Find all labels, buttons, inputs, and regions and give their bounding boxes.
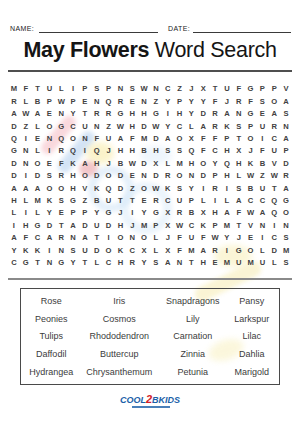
grid-cell-r3c16[interactable]: Y (185, 108, 197, 120)
grid-cell-r1c3[interactable]: T (32, 83, 44, 95)
grid-cell-r4c8[interactable]: N (91, 120, 103, 132)
grid-cell-r3c13[interactable]: G (150, 108, 162, 120)
grid-cell-r2c1[interactable]: R (8, 95, 20, 107)
grid-cell-r11c20[interactable]: F (233, 207, 245, 219)
grid-cell-r3c8[interactable]: R (91, 108, 103, 120)
grid-cell-r12c23[interactable]: I (268, 219, 280, 231)
grid-cell-r3c3[interactable]: A (32, 108, 44, 120)
grid-cell-r7c3[interactable]: O (32, 157, 44, 169)
grid-cell-r1c8[interactable]: S (91, 83, 103, 95)
grid-cell-r10c20[interactable]: A (233, 195, 245, 207)
grid-cell-r2c12[interactable]: N (138, 95, 150, 107)
grid-cell-r7c23[interactable]: V (268, 157, 280, 169)
grid-cell-r13c13[interactable]: L (150, 232, 162, 244)
grid-cell-r13c19[interactable]: Y (221, 232, 233, 244)
grid-cell-r2c24[interactable]: A (280, 95, 292, 107)
grid-cell-r13c2[interactable]: F (20, 232, 32, 244)
grid-cell-r7c16[interactable]: H (185, 157, 197, 169)
grid-cell-r10c23[interactable]: Q (268, 195, 280, 207)
grid-cell-r7c8[interactable]: H (91, 157, 103, 169)
grid-cell-r3c14[interactable]: I (162, 108, 174, 120)
grid-cell-r5c24[interactable]: A (280, 133, 292, 145)
grid-cell-r15c11[interactable]: R (126, 257, 138, 269)
grid-cell-r6c1[interactable]: G (8, 145, 20, 157)
grid-cell-r9c13[interactable]: W (150, 182, 162, 194)
grid-cell-r7c24[interactable]: D (280, 157, 292, 169)
grid-cell-r9c16[interactable]: Y (185, 182, 197, 194)
grid-cell-r4c4[interactable]: O (43, 120, 55, 132)
grid-cell-r10c12[interactable]: E (138, 195, 150, 207)
grid-cell-r9c9[interactable]: Q (103, 182, 115, 194)
grid-cell-r8c13[interactable]: D (150, 170, 162, 182)
grid-cell-r8c17[interactable]: D (197, 170, 209, 182)
grid-cell-r1c9[interactable]: P (103, 83, 115, 95)
grid-cell-r2c2[interactable]: L (20, 95, 32, 107)
grid-cell-r6c24[interactable]: P (280, 145, 292, 157)
grid-cell-r5c21[interactable]: O (245, 133, 257, 145)
grid-cell-r4c11[interactable]: H (126, 120, 138, 132)
grid-cell-r9c3[interactable]: A (32, 182, 44, 194)
grid-cell-r14c24[interactable]: M (280, 244, 292, 256)
grid-cell-r4c12[interactable]: D (138, 120, 150, 132)
grid-cell-r1c1[interactable]: M (8, 83, 20, 95)
grid-cell-r14c16[interactable]: M (185, 244, 197, 256)
grid-cell-r15c3[interactable]: T (32, 257, 44, 269)
name-field[interactable] (39, 13, 158, 33)
grid-cell-r4c20[interactable]: S (233, 120, 245, 132)
grid-cell-r12c16[interactable]: C (185, 219, 197, 231)
grid-cell-r14c21[interactable]: O (245, 244, 257, 256)
grid-cell-r10c19[interactable]: L (221, 195, 233, 207)
grid-cell-r1c2[interactable]: F (20, 83, 32, 95)
grid-cell-r5c6[interactable]: O (67, 133, 79, 145)
grid-cell-r9c18[interactable]: R (209, 182, 221, 194)
grid-cell-r13c6[interactable]: N (67, 232, 79, 244)
grid-cell-r11c14[interactable]: X (162, 207, 174, 219)
grid-cell-r10c7[interactable]: Z (79, 195, 91, 207)
grid-cell-r14c7[interactable]: U (79, 244, 91, 256)
grid-cell-r7c11[interactable]: W (126, 157, 138, 169)
grid-cell-r8c3[interactable]: D (32, 170, 44, 182)
grid-cell-r15c10[interactable]: H (114, 257, 126, 269)
grid-cell-r9c10[interactable]: D (114, 182, 126, 194)
grid-cell-r9c1[interactable]: A (8, 182, 20, 194)
grid-cell-r7c6[interactable]: K (67, 157, 79, 169)
grid-cell-r2c13[interactable]: Z (150, 95, 162, 107)
grid-cell-r15c14[interactable]: A (162, 257, 174, 269)
grid-cell-r8c16[interactable]: N (185, 170, 197, 182)
grid-cell-r9c21[interactable]: B (245, 182, 257, 194)
grid-cell-r3c24[interactable]: S (280, 108, 292, 120)
grid-cell-r1c7[interactable]: P (79, 83, 91, 95)
grid-cell-r6c16[interactable]: Q (185, 145, 197, 157)
grid-cell-r1c12[interactable]: W (138, 83, 150, 95)
grid-cell-r10c8[interactable]: B (91, 195, 103, 207)
grid-cell-r13c23[interactable]: C (268, 232, 280, 244)
grid-cell-r7c10[interactable]: B (114, 157, 126, 169)
grid-cell-r3c19[interactable]: A (221, 108, 233, 120)
grid-cell-r5c1[interactable]: Q (8, 133, 20, 145)
grid-cell-r7c21[interactable]: K (245, 157, 257, 169)
grid-cell-r1c24[interactable]: V (280, 83, 292, 95)
grid-cell-r13c8[interactable]: T (91, 232, 103, 244)
grid-cell-r13c16[interactable]: U (185, 232, 197, 244)
grid-cell-r2c9[interactable]: Q (103, 95, 115, 107)
grid-cell-r5c16[interactable]: X (185, 133, 197, 145)
grid-cell-r1c20[interactable]: F (233, 83, 245, 95)
grid-cell-r3c12[interactable]: H (138, 108, 150, 120)
grid-cell-r4c9[interactable]: Z (103, 120, 115, 132)
grid-cell-r7c13[interactable]: X (150, 157, 162, 169)
grid-cell-r4c5[interactable]: G (55, 120, 67, 132)
grid-cell-r4c1[interactable]: D (8, 120, 20, 132)
grid-cell-r7c5[interactable]: F (55, 157, 67, 169)
grid-cell-r14c5[interactable]: N (55, 244, 67, 256)
grid-cell-r2c6[interactable]: P (67, 95, 79, 107)
grid-cell-r8c18[interactable]: P (209, 170, 221, 182)
grid-cell-r7c12[interactable]: D (138, 157, 150, 169)
grid-cell-r8c12[interactable]: N (138, 170, 150, 182)
grid-cell-r13c7[interactable]: A (79, 232, 91, 244)
grid-cell-r10c10[interactable]: T (114, 195, 126, 207)
grid-cell-r12c10[interactable]: H (114, 219, 126, 231)
date-field[interactable] (193, 13, 291, 33)
grid-cell-r9c2[interactable]: A (20, 182, 32, 194)
grid-cell-r8c23[interactable]: W (268, 170, 280, 182)
grid-cell-r12c2[interactable]: H (20, 219, 32, 231)
grid-cell-r10c2[interactable]: L (20, 195, 32, 207)
grid-cell-r8c7[interactable]: O (79, 170, 91, 182)
grid-cell-r4c15[interactable]: C (174, 120, 186, 132)
grid-cell-r4c21[interactable]: P (245, 120, 257, 132)
grid-cell-r2c17[interactable]: Y (197, 95, 209, 107)
grid-cell-r1c23[interactable]: P (268, 83, 280, 95)
grid-cell-r8c4[interactable]: S (43, 170, 55, 182)
grid-cell-r3c4[interactable]: E (43, 108, 55, 120)
grid-cell-r8c1[interactable]: D (8, 170, 20, 182)
grid-cell-r3c20[interactable]: N (233, 108, 245, 120)
grid-cell-r8c14[interactable]: R (162, 170, 174, 182)
grid-cell-r10c6[interactable]: G (67, 195, 79, 207)
grid-cell-r6c10[interactable]: H (114, 145, 126, 157)
grid-cell-r5c7[interactable]: N (79, 133, 91, 145)
grid-cell-r15c1[interactable]: C (8, 257, 20, 269)
grid-cell-r15c16[interactable]: T (185, 257, 197, 269)
grid-cell-r5c10[interactable]: A (114, 133, 126, 145)
grid-cell-r7c22[interactable]: B (256, 157, 268, 169)
grid-cell-r14c19[interactable]: I (221, 244, 233, 256)
grid-cell-r12c11[interactable]: J (126, 219, 138, 231)
grid-cell-r6c19[interactable]: H (221, 145, 233, 157)
grid-cell-r3c2[interactable]: W (20, 108, 32, 120)
grid-cell-r8c2[interactable]: I (20, 170, 32, 182)
grid-cell-r15c9[interactable]: C (103, 257, 115, 269)
grid-cell-r11c16[interactable]: B (185, 207, 197, 219)
grid-cell-r3c18[interactable]: R (209, 108, 221, 120)
grid-cell-r14c17[interactable]: A (197, 244, 209, 256)
grid-cell-r8c8[interactable]: D (91, 170, 103, 182)
grid-cell-r10c16[interactable]: P (185, 195, 197, 207)
grid-cell-r9c4[interactable]: O (43, 182, 55, 194)
grid-cell-r10c24[interactable]: G (280, 195, 292, 207)
grid-cell-r15c8[interactable]: L (91, 257, 103, 269)
grid-cell-r1c21[interactable]: G (245, 83, 257, 95)
grid-cell-r13c15[interactable]: F (174, 232, 186, 244)
grid-cell-r12c12[interactable]: M (138, 219, 150, 231)
grid-cell-r6c20[interactable]: X (233, 145, 245, 157)
grid-cell-r7c20[interactable]: H (233, 157, 245, 169)
grid-cell-r13c3[interactable]: C (32, 232, 44, 244)
grid-cell-r15c24[interactable]: S (280, 257, 292, 269)
grid-cell-r8c22[interactable]: Z (256, 170, 268, 182)
grid-cell-r1c18[interactable]: T (209, 83, 221, 95)
grid-cell-r2c18[interactable]: F (209, 95, 221, 107)
grid-cell-r4c6[interactable]: C (67, 120, 79, 132)
grid-cell-r13c10[interactable]: O (114, 232, 126, 244)
grid-cell-r4c19[interactable]: K (221, 120, 233, 132)
grid-cell-r11c4[interactable]: Y (43, 207, 55, 219)
grid-cell-r1c14[interactable]: C (162, 83, 174, 95)
grid-cell-r1c10[interactable]: N (114, 83, 126, 95)
grid-cell-r6c4[interactable]: I (43, 145, 55, 157)
grid-cell-r8c20[interactable]: L (233, 170, 245, 182)
grid-cell-r1c22[interactable]: P (256, 83, 268, 95)
grid-cell-r9c22[interactable]: U (256, 182, 268, 194)
grid-cell-r3c23[interactable]: A (268, 108, 280, 120)
grid-cell-r4c22[interactable]: U (256, 120, 268, 132)
grid-cell-r3c10[interactable]: G (114, 108, 126, 120)
grid-cell-r1c16[interactable]: J (185, 83, 197, 95)
grid-cell-r4c17[interactable]: A (197, 120, 209, 132)
grid-cell-r13c9[interactable]: I (103, 232, 115, 244)
grid-cell-r9c8[interactable]: K (91, 182, 103, 194)
grid-cell-r9c20[interactable]: S (233, 182, 245, 194)
grid-cell-r11c23[interactable]: Q (268, 207, 280, 219)
grid-cell-r7c18[interactable]: Y (209, 157, 221, 169)
grid-cell-r4c23[interactable]: R (268, 120, 280, 132)
grid-cell-r11c10[interactable]: J (114, 207, 126, 219)
grid-cell-r11c6[interactable]: P (67, 207, 79, 219)
grid-cell-r15c18[interactable]: E (209, 257, 221, 269)
grid-cell-r12c21[interactable]: V (245, 219, 257, 231)
grid-cell-r2c11[interactable]: E (126, 95, 138, 107)
grid-cell-r15c21[interactable]: M (245, 257, 257, 269)
grid-cell-r5c17[interactable]: F (197, 133, 209, 145)
grid-cell-r5c19[interactable]: P (221, 133, 233, 145)
grid-cell-r13c4[interactable]: A (43, 232, 55, 244)
grid-cell-r12c5[interactable]: T (55, 219, 67, 231)
grid-cell-r9c14[interactable]: K (162, 182, 174, 194)
grid-cell-r14c3[interactable]: K (32, 244, 44, 256)
grid-cell-r4c3[interactable]: L (32, 120, 44, 132)
grid-cell-r7c2[interactable]: N (20, 157, 32, 169)
grid-cell-r14c4[interactable]: I (43, 244, 55, 256)
grid-cell-r1c13[interactable]: N (150, 83, 162, 95)
grid-cell-r14c15[interactable]: F (174, 244, 186, 256)
grid-cell-r12c13[interactable]: P (150, 219, 162, 231)
grid-cell-r5c20[interactable]: T (233, 133, 245, 145)
grid-cell-r14c13[interactable]: L (150, 244, 162, 256)
grid-cell-r10c13[interactable]: R (150, 195, 162, 207)
grid-cell-r9c12[interactable]: O (138, 182, 150, 194)
grid-cell-r9c6[interactable]: H (67, 182, 79, 194)
grid-cell-r13c24[interactable]: S (280, 232, 292, 244)
grid-cell-r6c22[interactable]: F (256, 145, 268, 157)
grid-cell-r4c7[interactable]: U (79, 120, 91, 132)
grid-cell-r2c19[interactable]: J (221, 95, 233, 107)
grid-cell-r5c15[interactable]: O (174, 133, 186, 145)
grid-cell-r8c9[interactable]: O (103, 170, 115, 182)
grid-cell-r5c11[interactable]: F (126, 133, 138, 145)
grid-cell-r8c11[interactable]: E (126, 170, 138, 182)
grid-cell-r10c17[interactable]: L (197, 195, 209, 207)
grid-cell-r11c11[interactable]: I (126, 207, 138, 219)
grid-cell-r12c8[interactable]: U (91, 219, 103, 231)
grid-cell-r4c13[interactable]: W (150, 120, 162, 132)
grid-cell-r12c6[interactable]: A (67, 219, 79, 231)
grid-cell-r11c9[interactable]: G (103, 207, 115, 219)
grid-cell-r9c23[interactable]: T (268, 182, 280, 194)
grid-cell-r15c4[interactable]: N (43, 257, 55, 269)
grid-cell-r4c18[interactable]: R (209, 120, 221, 132)
grid-cell-r7c1[interactable]: D (8, 157, 20, 169)
grid-cell-r3c7[interactable]: T (79, 108, 91, 120)
grid-cell-r13c11[interactable]: N (126, 232, 138, 244)
grid-cell-r6c17[interactable]: F (197, 145, 209, 157)
grid-cell-r5c23[interactable]: C (268, 133, 280, 145)
grid-cell-r4c2[interactable]: Z (20, 120, 32, 132)
grid-cell-r10c5[interactable]: S (55, 195, 67, 207)
grid-cell-r7c14[interactable]: L (162, 157, 174, 169)
grid-cell-r13c20[interactable]: J (233, 232, 245, 244)
grid-cell-r6c18[interactable]: C (209, 145, 221, 157)
grid-cell-r2c7[interactable]: E (79, 95, 91, 107)
grid-cell-r6c12[interactable]: B (138, 145, 150, 157)
grid-cell-r7c4[interactable]: E (43, 157, 55, 169)
grid-cell-r14c6[interactable]: S (67, 244, 79, 256)
grid-cell-r4c24[interactable]: N (280, 120, 292, 132)
grid-cell-r11c18[interactable]: H (209, 207, 221, 219)
grid-cell-r13c18[interactable]: W (209, 232, 221, 244)
grid-cell-r4c14[interactable]: Y (162, 120, 174, 132)
grid-cell-r11c2[interactable]: I (20, 207, 32, 219)
grid-cell-r14c10[interactable]: K (114, 244, 126, 256)
grid-cell-r6c2[interactable]: N (20, 145, 32, 157)
grid-cell-r12c17[interactable]: K (197, 219, 209, 231)
grid-cell-r1c11[interactable]: S (126, 83, 138, 95)
grid-cell-r15c5[interactable]: G (55, 257, 67, 269)
grid-cell-r12c15[interactable]: W (174, 219, 186, 231)
grid-cell-r9c17[interactable]: I (197, 182, 209, 194)
grid-cell-r7c9[interactable]: J (103, 157, 115, 169)
grid-cell-r15c22[interactable]: U (256, 257, 268, 269)
grid-cell-r12c4[interactable]: D (43, 219, 55, 231)
grid-cell-r3c9[interactable]: R (103, 108, 115, 120)
grid-cell-r11c12[interactable]: Y (138, 207, 150, 219)
grid-cell-r10c14[interactable]: C (162, 195, 174, 207)
grid-cell-r3c11[interactable]: H (126, 108, 138, 120)
grid-cell-r11c7[interactable]: P (79, 207, 91, 219)
grid-cell-r11c8[interactable]: Y (91, 207, 103, 219)
grid-cell-r15c13[interactable]: S (150, 257, 162, 269)
grid-cell-r2c3[interactable]: B (32, 95, 44, 107)
grid-cell-r15c19[interactable]: M (221, 257, 233, 269)
grid-cell-r12c3[interactable]: G (32, 219, 44, 231)
grid-cell-r1c6[interactable]: I (67, 83, 79, 95)
grid-cell-r3c15[interactable]: H (174, 108, 186, 120)
grid-cell-r8c19[interactable]: H (221, 170, 233, 182)
grid-cell-r3c5[interactable]: N (55, 108, 67, 120)
grid-cell-r6c14[interactable]: S (162, 145, 174, 157)
grid-cell-r2c4[interactable]: P (43, 95, 55, 107)
grid-cell-r10c11[interactable]: T (126, 195, 138, 207)
grid-cell-r6c8[interactable]: Q (91, 145, 103, 157)
grid-cell-r5c18[interactable]: F (209, 133, 221, 145)
grid-cell-r2c23[interactable]: O (268, 95, 280, 107)
grid-cell-r2c20[interactable]: R (233, 95, 245, 107)
grid-cell-r5c5[interactable]: Q (55, 133, 67, 145)
grid-cell-r8c15[interactable]: O (174, 170, 186, 182)
grid-cell-r3c22[interactable]: E (256, 108, 268, 120)
grid-cell-r15c20[interactable]: U (233, 257, 245, 269)
grid-cell-r8c24[interactable]: R (280, 170, 292, 182)
grid-cell-r3c6[interactable]: Y (67, 108, 79, 120)
grid-cell-r11c22[interactable]: A (256, 207, 268, 219)
grid-cell-r1c5[interactable]: L (55, 83, 67, 95)
grid-cell-r12c1[interactable]: I (8, 219, 20, 231)
grid-cell-r13c22[interactable]: I (256, 232, 268, 244)
grid-cell-r14c20[interactable]: G (233, 244, 245, 256)
grid-cell-r9c24[interactable]: A (280, 182, 292, 194)
grid-cell-r11c17[interactable]: X (197, 207, 209, 219)
grid-cell-r3c1[interactable]: A (8, 108, 20, 120)
grid-cell-r5c12[interactable]: M (138, 133, 150, 145)
grid-cell-r2c10[interactable]: R (114, 95, 126, 107)
grid-cell-r14c22[interactable]: L (256, 244, 268, 256)
grid-cell-r6c13[interactable]: H (150, 145, 162, 157)
grid-cell-r15c17[interactable]: H (197, 257, 209, 269)
grid-cell-r6c15[interactable]: S (174, 145, 186, 157)
grid-cell-r10c1[interactable]: H (8, 195, 20, 207)
grid-cell-r9c19[interactable]: I (221, 182, 233, 194)
grid-cell-r6c3[interactable]: L (32, 145, 44, 157)
grid-cell-r8c5[interactable]: R (55, 170, 67, 182)
grid-cell-r15c2[interactable]: G (20, 257, 32, 269)
grid-cell-r6c5[interactable]: R (55, 145, 67, 157)
grid-cell-r15c7[interactable]: T (79, 257, 91, 269)
grid-cell-r1c17[interactable]: X (197, 83, 209, 95)
grid-cell-r15c6[interactable]: Y (67, 257, 79, 269)
grid-cell-r2c22[interactable]: S (256, 95, 268, 107)
grid-cell-r5c22[interactable]: I (256, 133, 268, 145)
grid-cell-r2c5[interactable]: W (55, 95, 67, 107)
grid-cell-r9c7[interactable]: V (79, 182, 91, 194)
grid-cell-r2c8[interactable]: N (91, 95, 103, 107)
grid-cell-r12c14[interactable]: X (162, 219, 174, 231)
grid-cell-r6c11[interactable]: H (126, 145, 138, 157)
grid-cell-r11c21[interactable]: W (245, 207, 257, 219)
grid-cell-r10c18[interactable]: I (209, 195, 221, 207)
grid-cell-r11c15[interactable]: R (174, 207, 186, 219)
grid-cell-r1c4[interactable]: U (43, 83, 55, 95)
grid-cell-r2c14[interactable]: Y (162, 95, 174, 107)
grid-cell-r5c9[interactable]: U (103, 133, 115, 145)
grid-cell-r15c23[interactable]: L (268, 257, 280, 269)
grid-cell-r9c11[interactable]: Z (126, 182, 138, 194)
grid-cell-r5c3[interactable]: E (32, 133, 44, 145)
grid-cell-r13c5[interactable]: R (55, 232, 67, 244)
grid-cell-r5c4[interactable]: N (43, 133, 55, 145)
